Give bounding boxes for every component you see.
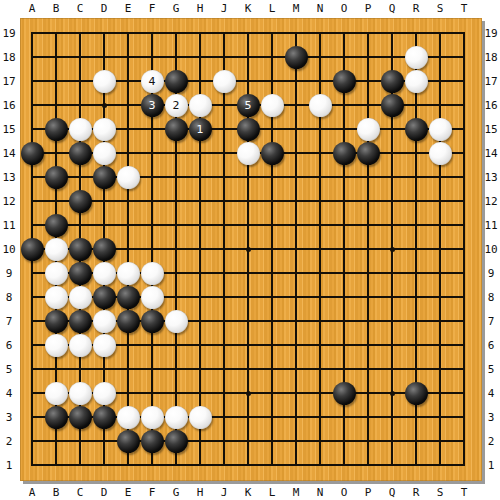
- point-O16[interactable]: [332, 93, 356, 117]
- point-J18[interactable]: [212, 45, 236, 69]
- point-K9[interactable]: [236, 261, 260, 285]
- point-A15[interactable]: [20, 117, 44, 141]
- point-S13[interactable]: [428, 165, 452, 189]
- point-A13[interactable]: [20, 165, 44, 189]
- point-M13[interactable]: [284, 165, 308, 189]
- point-D15[interactable]: [92, 117, 116, 141]
- point-B10[interactable]: [44, 237, 68, 261]
- point-G5[interactable]: [164, 357, 188, 381]
- point-F4[interactable]: [140, 381, 164, 405]
- point-G16[interactable]: 2: [164, 93, 188, 117]
- point-H8[interactable]: [188, 285, 212, 309]
- point-O2[interactable]: [332, 429, 356, 453]
- point-K6[interactable]: [236, 333, 260, 357]
- point-J14[interactable]: [212, 141, 236, 165]
- point-B7[interactable]: [44, 309, 68, 333]
- point-H4[interactable]: [188, 381, 212, 405]
- point-F13[interactable]: [140, 165, 164, 189]
- point-K16[interactable]: 5: [236, 93, 260, 117]
- point-O4[interactable]: [332, 381, 356, 405]
- point-N16[interactable]: [308, 93, 332, 117]
- point-S6[interactable]: [428, 333, 452, 357]
- point-E5[interactable]: [116, 357, 140, 381]
- point-B11[interactable]: [44, 213, 68, 237]
- point-M16[interactable]: [284, 93, 308, 117]
- point-N2[interactable]: [308, 429, 332, 453]
- point-E12[interactable]: [116, 189, 140, 213]
- point-C3[interactable]: [68, 405, 92, 429]
- point-E15[interactable]: [116, 117, 140, 141]
- point-L9[interactable]: [260, 261, 284, 285]
- point-D3[interactable]: [92, 405, 116, 429]
- point-P10[interactable]: [356, 237, 380, 261]
- point-N14[interactable]: [308, 141, 332, 165]
- point-L11[interactable]: [260, 213, 284, 237]
- point-E14[interactable]: [116, 141, 140, 165]
- point-T2[interactable]: [452, 429, 476, 453]
- point-T11[interactable]: [452, 213, 476, 237]
- point-B12[interactable]: [44, 189, 68, 213]
- point-M14[interactable]: [284, 141, 308, 165]
- point-P6[interactable]: [356, 333, 380, 357]
- point-B18[interactable]: [44, 45, 68, 69]
- point-A5[interactable]: [20, 357, 44, 381]
- point-M18[interactable]: [284, 45, 308, 69]
- point-B17[interactable]: [44, 69, 68, 93]
- point-N12[interactable]: [308, 189, 332, 213]
- point-K1[interactable]: [236, 453, 260, 477]
- point-R8[interactable]: [404, 285, 428, 309]
- point-F2[interactable]: [140, 429, 164, 453]
- point-F10[interactable]: [140, 237, 164, 261]
- point-A7[interactable]: [20, 309, 44, 333]
- point-M12[interactable]: [284, 189, 308, 213]
- point-D9[interactable]: [92, 261, 116, 285]
- point-P13[interactable]: [356, 165, 380, 189]
- point-J15[interactable]: [212, 117, 236, 141]
- point-J3[interactable]: [212, 405, 236, 429]
- point-G13[interactable]: [164, 165, 188, 189]
- point-N9[interactable]: [308, 261, 332, 285]
- point-F16[interactable]: 3: [140, 93, 164, 117]
- point-O11[interactable]: [332, 213, 356, 237]
- point-H13[interactable]: [188, 165, 212, 189]
- point-R14[interactable]: [404, 141, 428, 165]
- point-Q5[interactable]: [380, 357, 404, 381]
- point-F6[interactable]: [140, 333, 164, 357]
- point-F7[interactable]: [140, 309, 164, 333]
- point-K18[interactable]: [236, 45, 260, 69]
- point-O15[interactable]: [332, 117, 356, 141]
- point-R4[interactable]: [404, 381, 428, 405]
- point-A14[interactable]: [20, 141, 44, 165]
- point-G10[interactable]: [164, 237, 188, 261]
- point-Q6[interactable]: [380, 333, 404, 357]
- point-K15[interactable]: [236, 117, 260, 141]
- point-L17[interactable]: [260, 69, 284, 93]
- point-Q17[interactable]: [380, 69, 404, 93]
- point-C16[interactable]: [68, 93, 92, 117]
- point-D18[interactable]: [92, 45, 116, 69]
- point-P11[interactable]: [356, 213, 380, 237]
- point-Q8[interactable]: [380, 285, 404, 309]
- point-M3[interactable]: [284, 405, 308, 429]
- point-K11[interactable]: [236, 213, 260, 237]
- point-C19[interactable]: [68, 21, 92, 45]
- point-H6[interactable]: [188, 333, 212, 357]
- point-A8[interactable]: [20, 285, 44, 309]
- point-O3[interactable]: [332, 405, 356, 429]
- point-R2[interactable]: [404, 429, 428, 453]
- point-E8[interactable]: [116, 285, 140, 309]
- point-A16[interactable]: [20, 93, 44, 117]
- point-C6[interactable]: [68, 333, 92, 357]
- point-Q7[interactable]: [380, 309, 404, 333]
- point-G8[interactable]: [164, 285, 188, 309]
- point-D2[interactable]: [92, 429, 116, 453]
- point-D6[interactable]: [92, 333, 116, 357]
- point-F12[interactable]: [140, 189, 164, 213]
- point-B8[interactable]: [44, 285, 68, 309]
- point-R9[interactable]: [404, 261, 428, 285]
- point-T1[interactable]: [452, 453, 476, 477]
- point-Q12[interactable]: [380, 189, 404, 213]
- point-P16[interactable]: [356, 93, 380, 117]
- point-S5[interactable]: [428, 357, 452, 381]
- point-E11[interactable]: [116, 213, 140, 237]
- point-E13[interactable]: [116, 165, 140, 189]
- point-O8[interactable]: [332, 285, 356, 309]
- point-R12[interactable]: [404, 189, 428, 213]
- point-R15[interactable]: [404, 117, 428, 141]
- point-J11[interactable]: [212, 213, 236, 237]
- point-C17[interactable]: [68, 69, 92, 93]
- point-B6[interactable]: [44, 333, 68, 357]
- point-P3[interactable]: [356, 405, 380, 429]
- point-P4[interactable]: [356, 381, 380, 405]
- point-S4[interactable]: [428, 381, 452, 405]
- point-E18[interactable]: [116, 45, 140, 69]
- point-M19[interactable]: [284, 21, 308, 45]
- point-K3[interactable]: [236, 405, 260, 429]
- point-S8[interactable]: [428, 285, 452, 309]
- point-K14[interactable]: [236, 141, 260, 165]
- point-H18[interactable]: [188, 45, 212, 69]
- point-T18[interactable]: [452, 45, 476, 69]
- point-R16[interactable]: [404, 93, 428, 117]
- point-C13[interactable]: [68, 165, 92, 189]
- point-F3[interactable]: [140, 405, 164, 429]
- point-L14[interactable]: [260, 141, 284, 165]
- point-S14[interactable]: [428, 141, 452, 165]
- point-T19[interactable]: [452, 21, 476, 45]
- point-H5[interactable]: [188, 357, 212, 381]
- point-R17[interactable]: [404, 69, 428, 93]
- point-M17[interactable]: [284, 69, 308, 93]
- point-O6[interactable]: [332, 333, 356, 357]
- go-board[interactable]: 43251: [20, 18, 482, 481]
- point-L1[interactable]: [260, 453, 284, 477]
- point-E19[interactable]: [116, 21, 140, 45]
- point-T9[interactable]: [452, 261, 476, 285]
- point-F8[interactable]: [140, 285, 164, 309]
- point-P7[interactable]: [356, 309, 380, 333]
- point-D10[interactable]: [92, 237, 116, 261]
- point-S12[interactable]: [428, 189, 452, 213]
- point-H19[interactable]: [188, 21, 212, 45]
- point-J12[interactable]: [212, 189, 236, 213]
- point-B16[interactable]: [44, 93, 68, 117]
- point-R19[interactable]: [404, 21, 428, 45]
- point-O1[interactable]: [332, 453, 356, 477]
- point-Q15[interactable]: [380, 117, 404, 141]
- point-G11[interactable]: [164, 213, 188, 237]
- point-K19[interactable]: [236, 21, 260, 45]
- point-O12[interactable]: [332, 189, 356, 213]
- point-K8[interactable]: [236, 285, 260, 309]
- point-T4[interactable]: [452, 381, 476, 405]
- point-L7[interactable]: [260, 309, 284, 333]
- point-O5[interactable]: [332, 357, 356, 381]
- point-P14[interactable]: [356, 141, 380, 165]
- point-F11[interactable]: [140, 213, 164, 237]
- point-T16[interactable]: [452, 93, 476, 117]
- point-J4[interactable]: [212, 381, 236, 405]
- point-Q9[interactable]: [380, 261, 404, 285]
- point-A10[interactable]: [20, 237, 44, 261]
- point-N17[interactable]: [308, 69, 332, 93]
- point-L12[interactable]: [260, 189, 284, 213]
- point-L16[interactable]: [260, 93, 284, 117]
- point-K17[interactable]: [236, 69, 260, 93]
- point-S15[interactable]: [428, 117, 452, 141]
- point-N11[interactable]: [308, 213, 332, 237]
- point-T3[interactable]: [452, 405, 476, 429]
- point-H11[interactable]: [188, 213, 212, 237]
- point-T10[interactable]: [452, 237, 476, 261]
- point-N6[interactable]: [308, 333, 332, 357]
- point-C18[interactable]: [68, 45, 92, 69]
- point-G4[interactable]: [164, 381, 188, 405]
- point-N8[interactable]: [308, 285, 332, 309]
- point-T5[interactable]: [452, 357, 476, 381]
- point-H2[interactable]: [188, 429, 212, 453]
- point-E17[interactable]: [116, 69, 140, 93]
- point-H1[interactable]: [188, 453, 212, 477]
- point-D8[interactable]: [92, 285, 116, 309]
- point-S11[interactable]: [428, 213, 452, 237]
- point-C11[interactable]: [68, 213, 92, 237]
- point-R13[interactable]: [404, 165, 428, 189]
- point-J6[interactable]: [212, 333, 236, 357]
- point-R11[interactable]: [404, 213, 428, 237]
- point-C14[interactable]: [68, 141, 92, 165]
- point-M8[interactable]: [284, 285, 308, 309]
- point-O18[interactable]: [332, 45, 356, 69]
- point-R10[interactable]: [404, 237, 428, 261]
- point-A11[interactable]: [20, 213, 44, 237]
- point-L18[interactable]: [260, 45, 284, 69]
- point-F18[interactable]: [140, 45, 164, 69]
- point-G17[interactable]: [164, 69, 188, 93]
- point-B5[interactable]: [44, 357, 68, 381]
- point-C8[interactable]: [68, 285, 92, 309]
- point-O13[interactable]: [332, 165, 356, 189]
- point-Q1[interactable]: [380, 453, 404, 477]
- point-C2[interactable]: [68, 429, 92, 453]
- point-A3[interactable]: [20, 405, 44, 429]
- point-N5[interactable]: [308, 357, 332, 381]
- point-K4[interactable]: [236, 381, 260, 405]
- point-A12[interactable]: [20, 189, 44, 213]
- point-H3[interactable]: [188, 405, 212, 429]
- point-R18[interactable]: [404, 45, 428, 69]
- point-G3[interactable]: [164, 405, 188, 429]
- point-J7[interactable]: [212, 309, 236, 333]
- point-G9[interactable]: [164, 261, 188, 285]
- point-Q3[interactable]: [380, 405, 404, 429]
- point-F1[interactable]: [140, 453, 164, 477]
- point-S3[interactable]: [428, 405, 452, 429]
- point-M2[interactable]: [284, 429, 308, 453]
- point-C15[interactable]: [68, 117, 92, 141]
- point-L15[interactable]: [260, 117, 284, 141]
- point-Q18[interactable]: [380, 45, 404, 69]
- point-K12[interactable]: [236, 189, 260, 213]
- point-J17[interactable]: [212, 69, 236, 93]
- point-Q19[interactable]: [380, 21, 404, 45]
- point-J8[interactable]: [212, 285, 236, 309]
- point-G7[interactable]: [164, 309, 188, 333]
- point-N19[interactable]: [308, 21, 332, 45]
- point-H15[interactable]: 1: [188, 117, 212, 141]
- point-T12[interactable]: [452, 189, 476, 213]
- point-A2[interactable]: [20, 429, 44, 453]
- point-N3[interactable]: [308, 405, 332, 429]
- point-L4[interactable]: [260, 381, 284, 405]
- point-S18[interactable]: [428, 45, 452, 69]
- point-P9[interactable]: [356, 261, 380, 285]
- point-D14[interactable]: [92, 141, 116, 165]
- point-D11[interactable]: [92, 213, 116, 237]
- point-H14[interactable]: [188, 141, 212, 165]
- point-E7[interactable]: [116, 309, 140, 333]
- point-R1[interactable]: [404, 453, 428, 477]
- point-D13[interactable]: [92, 165, 116, 189]
- point-G1[interactable]: [164, 453, 188, 477]
- point-B19[interactable]: [44, 21, 68, 45]
- point-D7[interactable]: [92, 309, 116, 333]
- point-R3[interactable]: [404, 405, 428, 429]
- point-P19[interactable]: [356, 21, 380, 45]
- point-M1[interactable]: [284, 453, 308, 477]
- point-H9[interactable]: [188, 261, 212, 285]
- point-D12[interactable]: [92, 189, 116, 213]
- point-A6[interactable]: [20, 333, 44, 357]
- point-M7[interactable]: [284, 309, 308, 333]
- point-E1[interactable]: [116, 453, 140, 477]
- point-F19[interactable]: [140, 21, 164, 45]
- point-D1[interactable]: [92, 453, 116, 477]
- point-Q16[interactable]: [380, 93, 404, 117]
- point-S19[interactable]: [428, 21, 452, 45]
- point-H10[interactable]: [188, 237, 212, 261]
- point-B2[interactable]: [44, 429, 68, 453]
- point-O10[interactable]: [332, 237, 356, 261]
- point-Q14[interactable]: [380, 141, 404, 165]
- point-N7[interactable]: [308, 309, 332, 333]
- point-K13[interactable]: [236, 165, 260, 189]
- point-H7[interactable]: [188, 309, 212, 333]
- point-B14[interactable]: [44, 141, 68, 165]
- point-T8[interactable]: [452, 285, 476, 309]
- point-C12[interactable]: [68, 189, 92, 213]
- point-G19[interactable]: [164, 21, 188, 45]
- point-S2[interactable]: [428, 429, 452, 453]
- point-G12[interactable]: [164, 189, 188, 213]
- point-O9[interactable]: [332, 261, 356, 285]
- point-T6[interactable]: [452, 333, 476, 357]
- point-N1[interactable]: [308, 453, 332, 477]
- point-G6[interactable]: [164, 333, 188, 357]
- point-M9[interactable]: [284, 261, 308, 285]
- point-T7[interactable]: [452, 309, 476, 333]
- point-M10[interactable]: [284, 237, 308, 261]
- point-O19[interactable]: [332, 21, 356, 45]
- point-B3[interactable]: [44, 405, 68, 429]
- point-B9[interactable]: [44, 261, 68, 285]
- point-M15[interactable]: [284, 117, 308, 141]
- point-L2[interactable]: [260, 429, 284, 453]
- point-P1[interactable]: [356, 453, 380, 477]
- point-L3[interactable]: [260, 405, 284, 429]
- point-M4[interactable]: [284, 381, 308, 405]
- point-L13[interactable]: [260, 165, 284, 189]
- point-G14[interactable]: [164, 141, 188, 165]
- point-Q13[interactable]: [380, 165, 404, 189]
- point-Q10[interactable]: [380, 237, 404, 261]
- point-F15[interactable]: [140, 117, 164, 141]
- point-C1[interactable]: [68, 453, 92, 477]
- point-S7[interactable]: [428, 309, 452, 333]
- point-T14[interactable]: [452, 141, 476, 165]
- point-F9[interactable]: [140, 261, 164, 285]
- point-M11[interactable]: [284, 213, 308, 237]
- point-A4[interactable]: [20, 381, 44, 405]
- point-A19[interactable]: [20, 21, 44, 45]
- point-E6[interactable]: [116, 333, 140, 357]
- point-F17[interactable]: 4: [140, 69, 164, 93]
- point-H12[interactable]: [188, 189, 212, 213]
- point-K7[interactable]: [236, 309, 260, 333]
- point-K5[interactable]: [236, 357, 260, 381]
- point-S10[interactable]: [428, 237, 452, 261]
- point-T15[interactable]: [452, 117, 476, 141]
- point-P15[interactable]: [356, 117, 380, 141]
- point-S9[interactable]: [428, 261, 452, 285]
- point-Q4[interactable]: [380, 381, 404, 405]
- point-J2[interactable]: [212, 429, 236, 453]
- point-S1[interactable]: [428, 453, 452, 477]
- point-A17[interactable]: [20, 69, 44, 93]
- point-P8[interactable]: [356, 285, 380, 309]
- point-P2[interactable]: [356, 429, 380, 453]
- point-L8[interactable]: [260, 285, 284, 309]
- point-J19[interactable]: [212, 21, 236, 45]
- point-J5[interactable]: [212, 357, 236, 381]
- point-G2[interactable]: [164, 429, 188, 453]
- point-S17[interactable]: [428, 69, 452, 93]
